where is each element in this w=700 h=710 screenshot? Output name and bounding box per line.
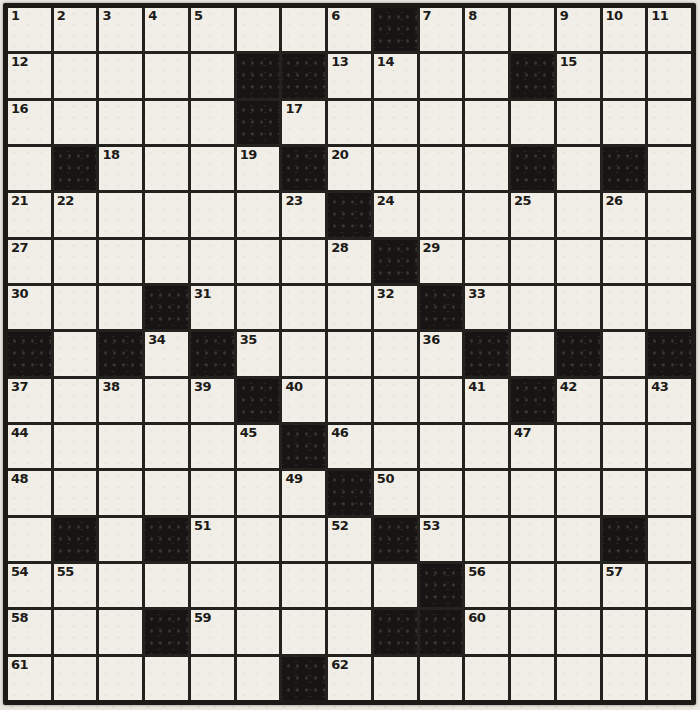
white-cell[interactable]: 23 [282, 193, 325, 236]
white-cell[interactable]: 21 [8, 193, 51, 236]
white-cell[interactable]: 57 [603, 564, 646, 607]
white-cell[interactable]: 14 [374, 54, 417, 97]
white-cell[interactable] [648, 425, 691, 468]
clue-number: 23 [285, 193, 302, 209]
white-cell[interactable]: 58 [8, 610, 51, 653]
white-cell[interactable] [648, 471, 691, 514]
white-cell[interactable]: 51 [191, 518, 234, 561]
white-cell[interactable] [420, 425, 463, 468]
clue-number: 49 [285, 471, 302, 487]
white-cell[interactable] [237, 193, 280, 236]
white-cell[interactable] [374, 101, 417, 144]
clue-number: 31 [194, 286, 211, 302]
white-cell[interactable]: 35 [237, 332, 280, 375]
clue-number: 45 [240, 425, 257, 441]
white-cell[interactable] [237, 286, 280, 329]
black-cell [420, 286, 463, 329]
clue-number: 22 [57, 193, 74, 209]
black-cell [282, 425, 325, 468]
clue-number: 26 [606, 193, 623, 209]
clue-number: 57 [606, 564, 623, 580]
white-cell[interactable]: 44 [8, 425, 51, 468]
white-cell[interactable] [99, 657, 142, 700]
clue-number: 52 [331, 518, 348, 534]
white-cell[interactable] [557, 240, 600, 283]
white-cell[interactable] [420, 379, 463, 422]
white-cell[interactable] [145, 193, 188, 236]
white-cell[interactable]: 37 [8, 379, 51, 422]
white-cell[interactable] [54, 471, 97, 514]
white-cell[interactable] [328, 610, 371, 653]
clue-number: 44 [11, 425, 28, 441]
white-cell[interactable] [54, 54, 97, 97]
clue-number: 25 [514, 193, 531, 209]
clue-number: 16 [11, 101, 28, 117]
white-cell[interactable]: 52 [328, 518, 371, 561]
clue-number: 46 [331, 425, 348, 441]
white-cell[interactable] [99, 564, 142, 607]
white-cell[interactable] [374, 379, 417, 422]
white-cell[interactable] [374, 564, 417, 607]
clue-number: 58 [11, 610, 28, 626]
black-cell [54, 518, 97, 561]
black-cell [282, 657, 325, 700]
white-cell[interactable]: 45 [237, 425, 280, 468]
white-cell[interactable]: 22 [54, 193, 97, 236]
white-cell[interactable]: 6 [328, 8, 371, 51]
white-cell[interactable] [603, 101, 646, 144]
white-cell[interactable] [328, 564, 371, 607]
white-cell[interactable]: 42 [557, 379, 600, 422]
white-cell[interactable] [603, 332, 646, 375]
white-cell[interactable] [282, 518, 325, 561]
white-cell[interactable]: 7 [420, 8, 463, 51]
white-cell[interactable] [145, 101, 188, 144]
black-cell [511, 147, 554, 190]
white-cell[interactable] [465, 471, 508, 514]
white-cell[interactable] [603, 54, 646, 97]
white-cell[interactable] [8, 518, 51, 561]
white-cell[interactable] [99, 471, 142, 514]
clue-number: 30 [11, 286, 28, 302]
white-cell[interactable]: 28 [328, 240, 371, 283]
white-cell[interactable] [99, 286, 142, 329]
white-cell[interactable]: 47 [511, 425, 554, 468]
white-cell[interactable] [648, 101, 691, 144]
white-cell[interactable] [648, 193, 691, 236]
white-cell[interactable] [465, 240, 508, 283]
white-cell[interactable] [648, 286, 691, 329]
white-cell[interactable]: 8 [465, 8, 508, 51]
white-cell[interactable] [648, 147, 691, 190]
white-cell[interactable] [99, 425, 142, 468]
white-cell[interactable]: 17 [282, 101, 325, 144]
white-cell[interactable] [465, 193, 508, 236]
white-cell[interactable]: 13 [328, 54, 371, 97]
white-cell[interactable] [282, 610, 325, 653]
black-cell [237, 379, 280, 422]
white-cell[interactable] [54, 379, 97, 422]
clue-number: 29 [423, 240, 440, 256]
white-cell[interactable] [511, 286, 554, 329]
clue-number: 51 [194, 518, 211, 534]
black-cell [54, 147, 97, 190]
white-cell[interactable] [54, 101, 97, 144]
white-cell[interactable]: 5 [191, 8, 234, 51]
white-cell[interactable] [557, 147, 600, 190]
white-cell[interactable]: 41 [465, 379, 508, 422]
white-cell[interactable] [191, 657, 234, 700]
white-cell[interactable]: 61 [8, 657, 51, 700]
clue-number: 32 [377, 286, 394, 302]
black-cell [191, 332, 234, 375]
white-cell[interactable] [99, 193, 142, 236]
white-cell[interactable] [237, 240, 280, 283]
white-cell[interactable] [191, 147, 234, 190]
clue-number: 53 [423, 518, 440, 534]
white-cell[interactable] [465, 54, 508, 97]
clue-number: 37 [11, 379, 28, 395]
black-cell [374, 240, 417, 283]
white-cell[interactable] [328, 101, 371, 144]
white-cell[interactable] [237, 8, 280, 51]
white-cell[interactable]: 20 [328, 147, 371, 190]
white-cell[interactable] [282, 286, 325, 329]
white-cell[interactable] [603, 379, 646, 422]
white-cell[interactable] [374, 147, 417, 190]
white-cell[interactable] [191, 54, 234, 97]
white-cell[interactable]: 34 [145, 332, 188, 375]
clue-number: 40 [285, 379, 302, 395]
white-cell[interactable]: 2 [54, 8, 97, 51]
white-cell[interactable]: 33 [465, 286, 508, 329]
clue-number: 2 [57, 8, 66, 24]
white-cell[interactable] [420, 657, 463, 700]
clue-number: 21 [11, 193, 28, 209]
white-cell[interactable] [282, 240, 325, 283]
clue-number: 28 [331, 240, 348, 256]
white-cell[interactable] [328, 332, 371, 375]
clue-number: 24 [377, 193, 394, 209]
white-cell[interactable]: 15 [557, 54, 600, 97]
clue-number: 33 [468, 286, 485, 302]
white-cell[interactable] [145, 240, 188, 283]
white-cell[interactable] [648, 240, 691, 283]
white-cell[interactable] [237, 657, 280, 700]
black-cell [99, 332, 142, 375]
white-cell[interactable] [191, 101, 234, 144]
black-cell [282, 54, 325, 97]
black-cell [282, 147, 325, 190]
clue-number: 48 [11, 471, 28, 487]
clue-number: 8 [468, 8, 477, 24]
clue-number: 17 [285, 101, 302, 117]
white-cell[interactable]: 30 [8, 286, 51, 329]
white-cell[interactable] [54, 425, 97, 468]
white-cell[interactable] [191, 193, 234, 236]
crossword-grid: 1234567891011121314151617181920212223242… [3, 3, 696, 705]
white-cell[interactable]: 59 [191, 610, 234, 653]
white-cell[interactable]: 50 [374, 471, 417, 514]
white-cell[interactable] [54, 657, 97, 700]
white-cell[interactable]: 38 [99, 379, 142, 422]
white-cell[interactable]: 19 [237, 147, 280, 190]
white-cell[interactable] [420, 54, 463, 97]
white-cell[interactable] [603, 425, 646, 468]
white-cell[interactable] [99, 240, 142, 283]
white-cell[interactable]: 24 [374, 193, 417, 236]
clue-number: 36 [423, 332, 440, 348]
white-cell[interactable]: 53 [420, 518, 463, 561]
white-cell[interactable] [282, 8, 325, 51]
white-cell[interactable] [54, 332, 97, 375]
clue-number: 38 [102, 379, 119, 395]
white-cell[interactable]: 49 [282, 471, 325, 514]
white-cell[interactable] [511, 471, 554, 514]
white-cell[interactable]: 60 [465, 610, 508, 653]
white-cell[interactable]: 26 [603, 193, 646, 236]
black-cell [328, 471, 371, 514]
white-cell[interactable] [465, 657, 508, 700]
black-cell [465, 332, 508, 375]
clue-number: 55 [57, 564, 74, 580]
clue-number: 47 [514, 425, 531, 441]
white-cell[interactable]: 43 [648, 379, 691, 422]
white-cell[interactable] [465, 101, 508, 144]
white-cell[interactable] [145, 471, 188, 514]
white-cell[interactable] [145, 54, 188, 97]
white-cell[interactable]: 31 [191, 286, 234, 329]
black-cell [557, 332, 600, 375]
white-cell[interactable] [54, 286, 97, 329]
white-cell[interactable] [99, 518, 142, 561]
scanned-newspaper-page: 1234567891011121314151617181920212223242… [0, 0, 700, 710]
white-cell[interactable]: 62 [328, 657, 371, 700]
clue-number: 6 [331, 8, 340, 24]
white-cell[interactable] [648, 610, 691, 653]
white-cell[interactable] [328, 286, 371, 329]
white-cell[interactable]: 12 [8, 54, 51, 97]
white-cell[interactable]: 9 [557, 8, 600, 51]
clue-number: 12 [11, 54, 28, 70]
white-cell[interactable] [511, 332, 554, 375]
white-cell[interactable] [557, 425, 600, 468]
white-cell[interactable] [557, 101, 600, 144]
white-cell[interactable] [557, 564, 600, 607]
black-cell [420, 564, 463, 607]
black-cell [237, 101, 280, 144]
white-cell[interactable] [99, 610, 142, 653]
white-cell[interactable] [603, 240, 646, 283]
black-cell [145, 518, 188, 561]
white-cell[interactable] [511, 8, 554, 51]
white-cell[interactable] [648, 54, 691, 97]
black-cell [328, 193, 371, 236]
white-cell[interactable]: 1 [8, 8, 51, 51]
white-cell[interactable]: 46 [328, 425, 371, 468]
white-cell[interactable] [648, 657, 691, 700]
clue-number: 9 [560, 8, 569, 24]
clue-number: 3 [102, 8, 111, 24]
white-cell[interactable]: 11 [648, 8, 691, 51]
black-cell [8, 332, 51, 375]
white-cell[interactable] [145, 147, 188, 190]
black-cell [237, 54, 280, 97]
white-cell[interactable]: 27 [8, 240, 51, 283]
black-cell [648, 332, 691, 375]
clue-number: 19 [240, 147, 257, 163]
white-cell[interactable] [465, 518, 508, 561]
white-cell[interactable] [237, 518, 280, 561]
white-cell[interactable] [54, 610, 97, 653]
clue-number: 15 [560, 54, 577, 70]
white-cell[interactable] [465, 147, 508, 190]
black-cell [603, 147, 646, 190]
clue-number: 14 [377, 54, 394, 70]
clue-number: 10 [606, 8, 623, 24]
white-cell[interactable]: 16 [8, 101, 51, 144]
white-cell[interactable] [603, 610, 646, 653]
white-cell[interactable]: 18 [99, 147, 142, 190]
clue-number: 20 [331, 147, 348, 163]
white-cell[interactable] [191, 425, 234, 468]
clue-number: 39 [194, 379, 211, 395]
white-cell[interactable] [282, 564, 325, 607]
white-cell[interactable]: 54 [8, 564, 51, 607]
clue-number: 42 [560, 379, 577, 395]
black-cell [511, 54, 554, 97]
white-cell[interactable]: 32 [374, 286, 417, 329]
white-cell[interactable] [282, 332, 325, 375]
white-cell[interactable]: 25 [511, 193, 554, 236]
black-cell [511, 379, 554, 422]
clue-number: 60 [468, 610, 485, 626]
white-cell[interactable] [511, 657, 554, 700]
clue-number: 43 [651, 379, 668, 395]
clue-number: 1 [11, 8, 20, 24]
black-cell [374, 8, 417, 51]
white-cell[interactable] [557, 193, 600, 236]
white-cell[interactable] [511, 564, 554, 607]
white-cell[interactable] [374, 657, 417, 700]
white-cell[interactable] [374, 425, 417, 468]
white-cell[interactable] [328, 379, 371, 422]
white-cell[interactable] [99, 101, 142, 144]
white-cell[interactable] [54, 240, 97, 283]
white-cell[interactable] [420, 101, 463, 144]
white-cell[interactable] [557, 471, 600, 514]
clue-number: 34 [148, 332, 165, 348]
white-cell[interactable] [648, 518, 691, 561]
clue-number: 56 [468, 564, 485, 580]
clue-number: 4 [148, 8, 157, 24]
white-cell[interactable] [511, 240, 554, 283]
clue-number: 50 [377, 471, 394, 487]
clue-number: 13 [331, 54, 348, 70]
white-cell[interactable] [557, 286, 600, 329]
white-cell[interactable] [191, 471, 234, 514]
clue-number: 41 [468, 379, 485, 395]
white-cell[interactable] [648, 564, 691, 607]
clue-number: 7 [423, 8, 432, 24]
black-cell [603, 518, 646, 561]
black-cell [145, 610, 188, 653]
white-cell[interactable] [8, 147, 51, 190]
white-cell[interactable]: 39 [191, 379, 234, 422]
white-cell[interactable] [191, 564, 234, 607]
white-cell[interactable] [237, 610, 280, 653]
white-cell[interactable] [145, 564, 188, 607]
clue-number: 27 [11, 240, 28, 256]
clue-number: 54 [11, 564, 28, 580]
white-cell[interactable] [557, 657, 600, 700]
white-cell[interactable] [99, 54, 142, 97]
clue-number: 11 [651, 8, 668, 24]
white-cell[interactable] [557, 518, 600, 561]
white-cell[interactable] [465, 425, 508, 468]
white-cell[interactable] [420, 147, 463, 190]
white-cell[interactable] [145, 425, 188, 468]
white-cell[interactable] [374, 332, 417, 375]
black-cell [374, 518, 417, 561]
white-cell[interactable] [603, 286, 646, 329]
black-cell [374, 610, 417, 653]
clue-number: 5 [194, 8, 203, 24]
white-cell[interactable] [145, 657, 188, 700]
white-cell[interactable] [511, 101, 554, 144]
white-cell[interactable] [191, 240, 234, 283]
white-cell[interactable]: 3 [99, 8, 142, 51]
clue-number: 59 [194, 610, 211, 626]
white-cell[interactable]: 36 [420, 332, 463, 375]
white-cell[interactable] [420, 193, 463, 236]
white-cell[interactable] [557, 610, 600, 653]
clue-number: 35 [240, 332, 257, 348]
white-cell[interactable] [237, 564, 280, 607]
white-cell[interactable]: 56 [465, 564, 508, 607]
white-cell[interactable] [603, 471, 646, 514]
white-cell[interactable] [420, 471, 463, 514]
white-cell[interactable] [511, 518, 554, 561]
white-cell[interactable]: 10 [603, 8, 646, 51]
white-cell[interactable] [603, 657, 646, 700]
white-cell[interactable]: 29 [420, 240, 463, 283]
white-cell[interactable] [511, 610, 554, 653]
clue-number: 62 [331, 657, 348, 673]
white-cell[interactable]: 40 [282, 379, 325, 422]
clue-number: 18 [102, 147, 119, 163]
white-cell[interactable] [237, 471, 280, 514]
white-cell[interactable]: 55 [54, 564, 97, 607]
clue-number: 61 [11, 657, 28, 673]
black-cell [145, 286, 188, 329]
black-cell [420, 610, 463, 653]
white-cell[interactable]: 48 [8, 471, 51, 514]
white-cell[interactable] [145, 379, 188, 422]
white-cell[interactable]: 4 [145, 8, 188, 51]
